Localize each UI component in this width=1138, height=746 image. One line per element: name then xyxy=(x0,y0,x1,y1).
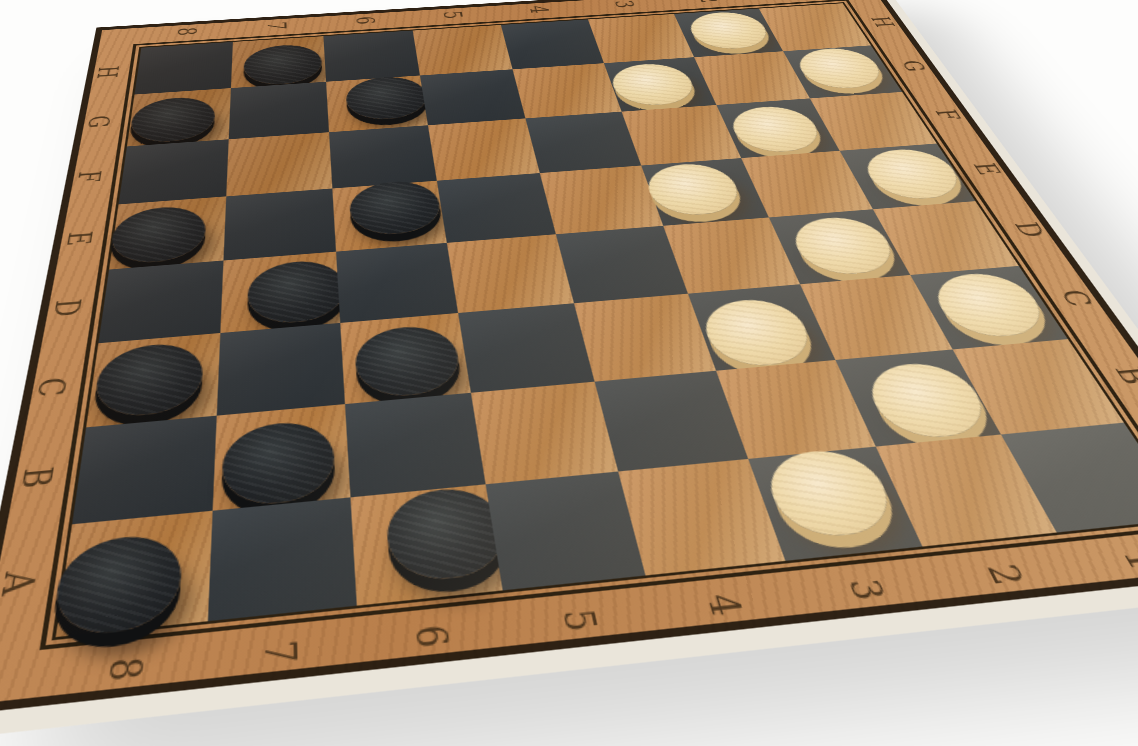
board-grid xyxy=(56,3,1138,637)
square-G4[interactable] xyxy=(513,63,622,118)
square-C5[interactable] xyxy=(458,303,594,393)
white-checker-E3[interactable] xyxy=(641,161,747,217)
black-checker-D7[interactable] xyxy=(247,258,347,326)
square-H5[interactable] xyxy=(413,25,513,76)
square-C6[interactable] xyxy=(340,313,471,404)
square-A8[interactable] xyxy=(56,511,213,637)
square-E7[interactable] xyxy=(223,188,336,260)
black-checker-E6[interactable] xyxy=(348,179,443,237)
square-H7[interactable] xyxy=(231,36,326,88)
black-checker-H7[interactable] xyxy=(243,43,323,87)
board-frame xyxy=(40,0,1138,650)
square-D8[interactable] xyxy=(98,260,223,343)
square-E6[interactable] xyxy=(332,181,446,252)
white-checker-H2[interactable] xyxy=(684,10,775,50)
square-C8[interactable] xyxy=(86,333,220,427)
square-F4[interactable] xyxy=(525,112,641,173)
square-B7[interactable] xyxy=(213,404,351,511)
square-B5[interactable] xyxy=(471,382,618,485)
square-D7[interactable] xyxy=(220,252,340,333)
square-C7[interactable] xyxy=(217,323,345,416)
square-G8[interactable] xyxy=(127,88,231,146)
square-G6[interactable] xyxy=(326,75,428,132)
square-E5[interactable] xyxy=(437,173,556,243)
white-checker-G1[interactable] xyxy=(791,46,890,90)
black-checker-G6[interactable] xyxy=(345,75,430,122)
black-checker-C8[interactable] xyxy=(92,341,205,420)
white-checker-C3[interactable] xyxy=(696,296,820,369)
square-F8[interactable] xyxy=(119,139,229,204)
black-checker-E8[interactable] xyxy=(108,204,207,265)
black-checker-G8[interactable] xyxy=(128,95,216,144)
square-F7[interactable] xyxy=(226,132,332,196)
square-E8[interactable] xyxy=(109,196,226,269)
square-B6[interactable] xyxy=(345,393,486,498)
square-H6[interactable] xyxy=(323,31,420,82)
square-D6[interactable] xyxy=(336,243,458,323)
white-checker-G3[interactable] xyxy=(606,62,700,108)
square-H4[interactable] xyxy=(501,19,604,69)
checkers-board: 87654321 87654321 HGFEDCBA HGFEDCBA xyxy=(0,0,1138,715)
square-A5[interactable] xyxy=(486,471,646,590)
white-checker-C1[interactable] xyxy=(924,270,1056,340)
square-B8[interactable] xyxy=(72,416,217,525)
square-F6[interactable] xyxy=(329,125,437,188)
board-border: 87654321 87654321 HGFEDCBA HGFEDCBA xyxy=(0,0,1138,715)
black-checker-B7[interactable] xyxy=(221,419,336,509)
square-G7[interactable] xyxy=(229,82,329,140)
white-checker-E1[interactable] xyxy=(856,147,970,202)
black-checker-A8[interactable] xyxy=(50,531,184,639)
white-checker-F2[interactable] xyxy=(724,104,827,154)
square-G5[interactable] xyxy=(420,69,526,125)
black-checker-C6[interactable] xyxy=(353,323,463,400)
photo-backdrop: 87654321 87654321 HGFEDCBA HGFEDCBA xyxy=(0,0,1138,746)
square-F5[interactable] xyxy=(428,118,540,180)
white-checker-A3[interactable] xyxy=(758,447,903,541)
square-H8[interactable] xyxy=(134,42,232,95)
square-A7[interactable] xyxy=(208,497,357,621)
square-D5[interactable] xyxy=(447,234,574,313)
square-A6[interactable] xyxy=(350,484,502,605)
